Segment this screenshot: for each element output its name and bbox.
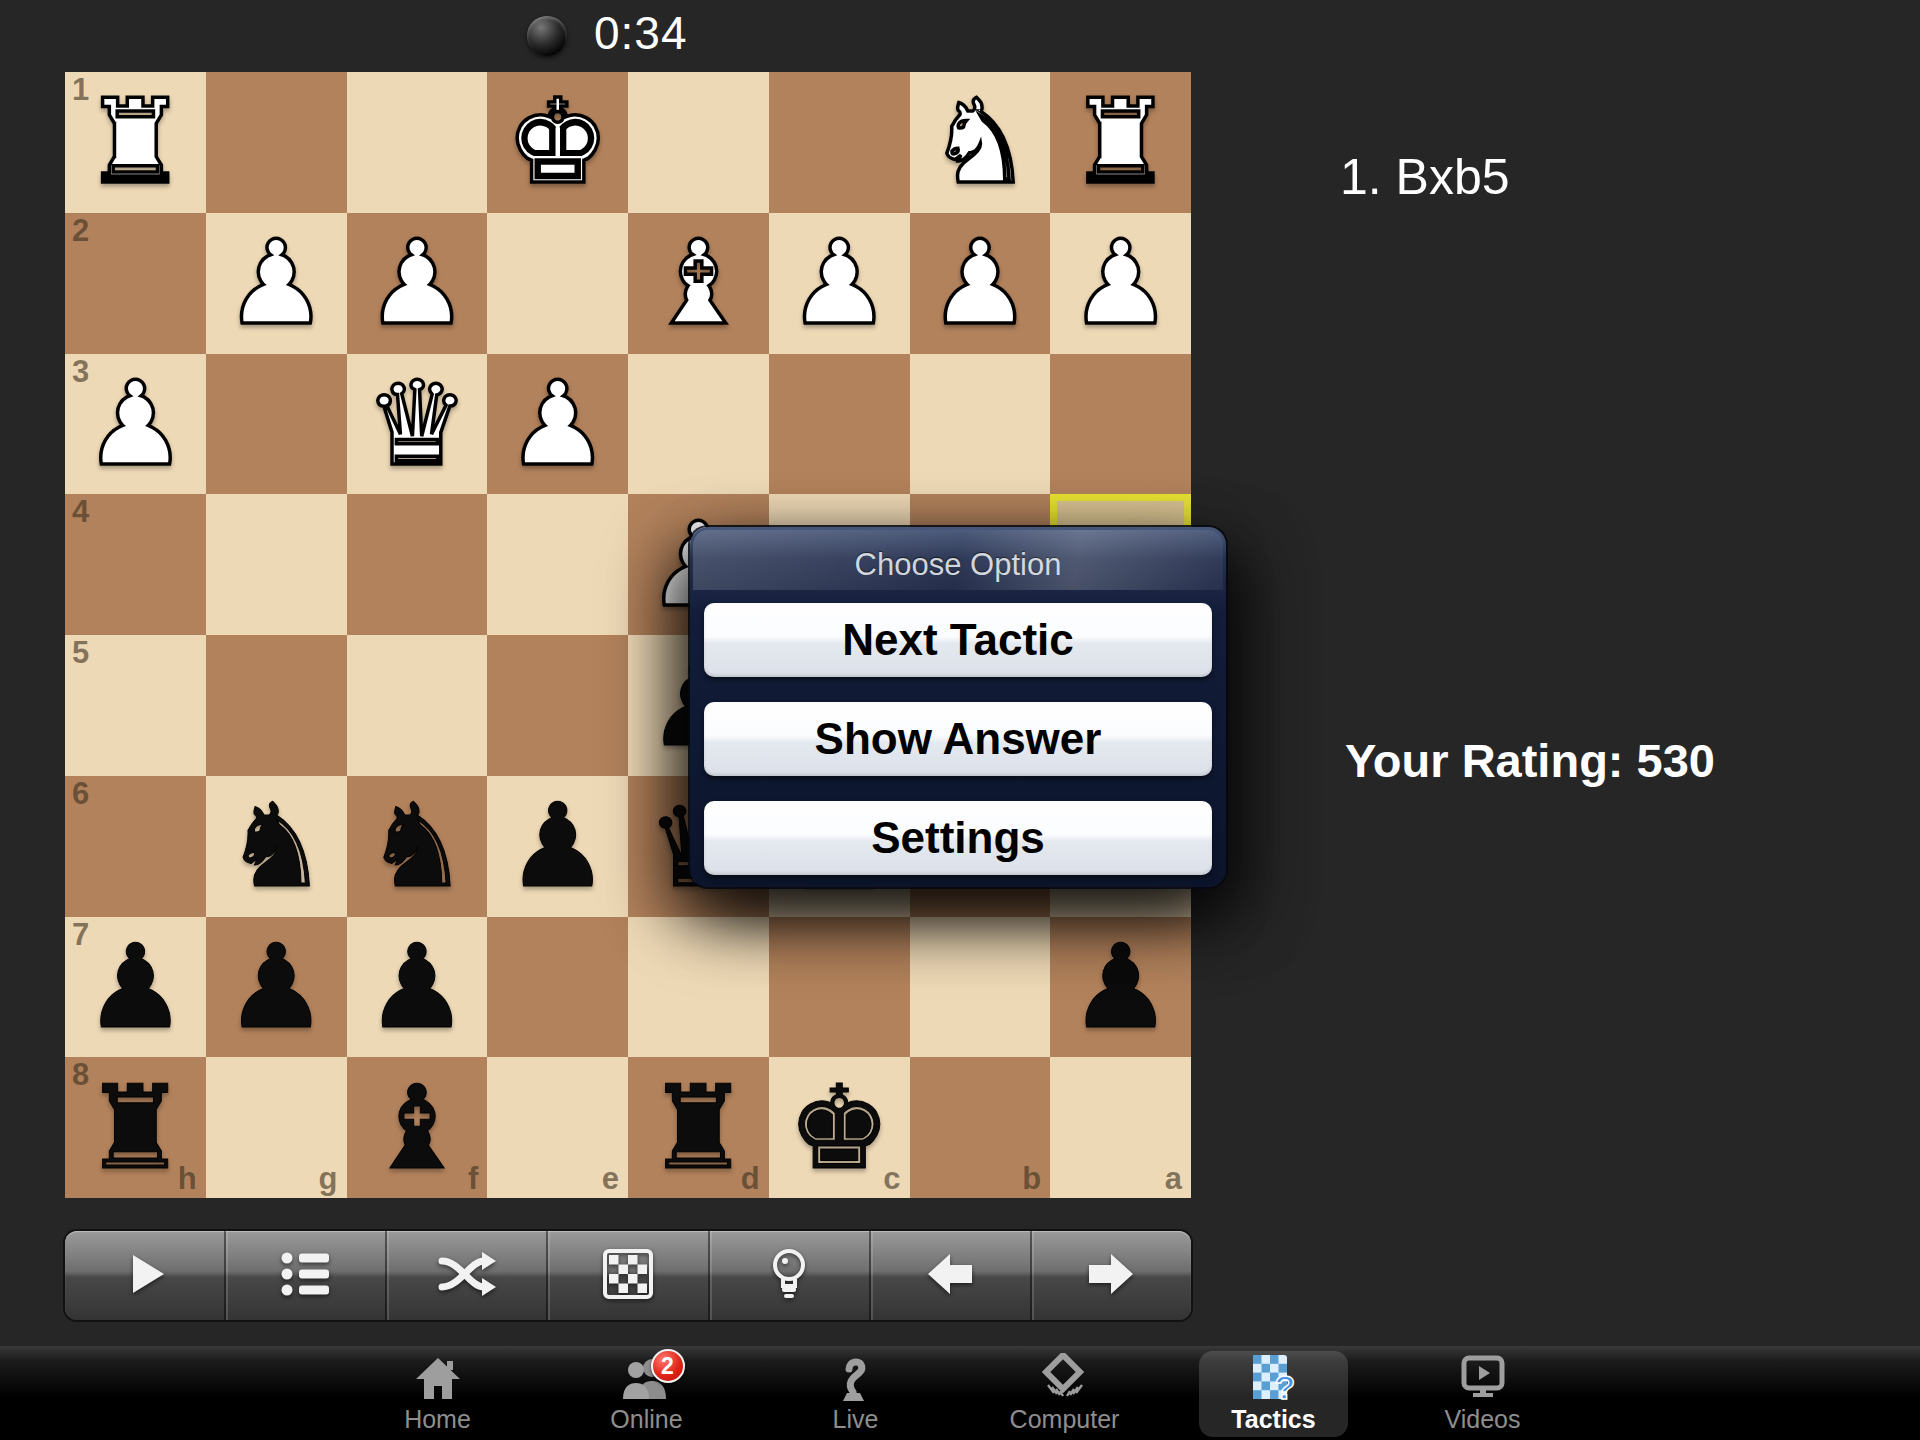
- square-c7[interactable]: [769, 917, 910, 1058]
- piece-white-king-e1[interactable]: ♚: [506, 72, 610, 212]
- piece-black-rook-h8[interactable]: ♜: [83, 1058, 187, 1198]
- play-button[interactable]: [65, 1231, 224, 1320]
- square-g4[interactable]: [206, 494, 347, 635]
- next-tactic-button[interactable]: Next Tactic: [704, 603, 1212, 677]
- settings-button[interactable]: Settings: [704, 801, 1212, 875]
- square-f5[interactable]: [347, 635, 488, 776]
- square-g5[interactable]: [206, 635, 347, 776]
- move-list-text: 1. Bxb5: [1340, 148, 1510, 206]
- shuffle-icon: [438, 1248, 496, 1304]
- square-f2[interactable]: ♟: [347, 213, 488, 354]
- file-label-a: a: [1165, 1161, 1182, 1197]
- square-e2[interactable]: [487, 213, 628, 354]
- piece-white-pawn-e3[interactable]: ♟: [506, 354, 610, 494]
- square-d1[interactable]: [628, 72, 769, 213]
- play-icon: [119, 1248, 171, 1304]
- square-c2[interactable]: ♟: [769, 213, 910, 354]
- arrow-right-icon: [1083, 1248, 1139, 1304]
- square-h2[interactable]: 2: [65, 213, 206, 354]
- square-e1[interactable]: ♚: [487, 72, 628, 213]
- piece-black-king-c8[interactable]: ♚: [787, 1058, 891, 1198]
- square-c8[interactable]: c♚: [769, 1057, 910, 1198]
- square-a2[interactable]: ♟: [1050, 213, 1191, 354]
- square-h6[interactable]: 6: [65, 776, 206, 917]
- tab-label: Tactics: [1231, 1405, 1315, 1434]
- square-b2[interactable]: ♟: [910, 213, 1051, 354]
- square-g7[interactable]: ♟: [206, 917, 347, 1058]
- tab-tactics[interactable]: ? Tactics: [1169, 1346, 1378, 1440]
- piece-black-pawn-e6[interactable]: ♟: [506, 776, 610, 916]
- online-people-icon: 2: [620, 1353, 674, 1403]
- piece-black-pawn-a7[interactable]: ♟: [1069, 917, 1173, 1057]
- piece-white-pawn-h3[interactable]: ♟: [83, 354, 187, 494]
- move-list-icon: [279, 1248, 333, 1304]
- rank-label-6: 6: [72, 776, 89, 812]
- piece-white-pawn-c2[interactable]: ♟: [787, 213, 891, 353]
- square-f3[interactable]: ♛: [347, 354, 488, 495]
- square-h3[interactable]: 3♟: [65, 354, 206, 495]
- piece-white-bishop-d2[interactable]: ♝: [646, 213, 750, 353]
- piece-white-pawn-b2[interactable]: ♟: [928, 213, 1032, 353]
- choose-option-dialog: Choose Option Next Tactic Show Answer Se…: [690, 527, 1226, 887]
- rank-label-2: 2: [72, 213, 89, 249]
- piece-white-pawn-f2[interactable]: ♟: [365, 213, 469, 353]
- square-f1[interactable]: [347, 72, 488, 213]
- file-label-b: b: [1022, 1161, 1041, 1197]
- move-list-button[interactable]: [224, 1231, 385, 1320]
- square-h7[interactable]: 7♟: [65, 917, 206, 1058]
- shuffle-button[interactable]: [385, 1231, 546, 1320]
- piece-black-bishop-f8[interactable]: ♝: [365, 1058, 469, 1198]
- square-b3[interactable]: [910, 354, 1051, 495]
- square-d3[interactable]: [628, 354, 769, 495]
- tab-label: Online: [610, 1405, 682, 1434]
- square-e3[interactable]: ♟: [487, 354, 628, 495]
- square-b8[interactable]: b: [910, 1057, 1051, 1198]
- lightbulb-icon: [763, 1246, 815, 1306]
- square-d7[interactable]: [628, 917, 769, 1058]
- square-e6[interactable]: ♟: [487, 776, 628, 917]
- square-a3[interactable]: [1050, 354, 1191, 495]
- tab-videos[interactable]: Videos: [1378, 1346, 1587, 1440]
- piece-black-knight-f6[interactable]: ♞: [365, 776, 469, 916]
- piece-white-rook-h1[interactable]: ♜: [83, 72, 187, 212]
- tab-live[interactable]: Live: [751, 1346, 960, 1440]
- square-c1[interactable]: [769, 72, 910, 213]
- hint-button[interactable]: [708, 1231, 869, 1320]
- tab-computer[interactable]: Computer: [960, 1346, 1169, 1440]
- tab-label: Home: [404, 1405, 471, 1434]
- file-label-g: g: [319, 1161, 338, 1197]
- square-b1[interactable]: ♞: [910, 72, 1051, 213]
- online-badge: 2: [651, 1349, 685, 1383]
- square-h8[interactable]: 8h♜: [65, 1057, 206, 1198]
- tab-label: Computer: [1010, 1405, 1120, 1434]
- square-e5[interactable]: [487, 635, 628, 776]
- square-f6[interactable]: ♞: [347, 776, 488, 917]
- timer: 0:34: [594, 6, 688, 60]
- board-setup-button[interactable]: [546, 1231, 707, 1320]
- square-f8[interactable]: f♝: [347, 1057, 488, 1198]
- black-clock-icon: [527, 16, 567, 56]
- back-button[interactable]: [869, 1231, 1030, 1320]
- forward-button[interactable]: [1030, 1231, 1191, 1320]
- live-icon: [836, 1353, 876, 1403]
- piece-black-pawn-g7[interactable]: ♟: [224, 917, 328, 1057]
- square-g3[interactable]: [206, 354, 347, 495]
- board-toolbar: [65, 1231, 1191, 1320]
- svg-text:?: ?: [1274, 1368, 1295, 1403]
- piece-white-queen-f3[interactable]: ♛: [365, 354, 469, 494]
- file-label-e: e: [602, 1161, 619, 1197]
- square-a1[interactable]: ♜: [1050, 72, 1191, 213]
- piece-white-pawn-a2[interactable]: ♟: [1069, 213, 1173, 353]
- square-g8[interactable]: g: [206, 1057, 347, 1198]
- square-g2[interactable]: ♟: [206, 213, 347, 354]
- square-g6[interactable]: ♞: [206, 776, 347, 917]
- square-e4[interactable]: [487, 494, 628, 635]
- tab-label: Videos: [1445, 1405, 1521, 1434]
- square-h1[interactable]: 1♜: [65, 72, 206, 213]
- tab-online[interactable]: 2 Online: [542, 1346, 751, 1440]
- computer-chip-icon: [1040, 1353, 1090, 1403]
- square-e7[interactable]: [487, 917, 628, 1058]
- square-f7[interactable]: ♟: [347, 917, 488, 1058]
- square-d2[interactable]: ♝: [628, 213, 769, 354]
- home-icon: [414, 1353, 462, 1403]
- piece-black-knight-g6[interactable]: ♞: [224, 776, 328, 916]
- square-a7[interactable]: ♟: [1050, 917, 1191, 1058]
- checkerboard-icon: [602, 1248, 654, 1304]
- tactics-board-icon: ?: [1249, 1353, 1299, 1403]
- square-h5[interactable]: 5: [65, 635, 206, 776]
- show-answer-button[interactable]: Show Answer: [704, 702, 1212, 776]
- piece-white-rook-a1[interactable]: ♜: [1069, 72, 1173, 212]
- tab-bar: Home 2 Online Live: [0, 1346, 1920, 1440]
- square-a8[interactable]: a: [1050, 1057, 1191, 1198]
- rank-label-5: 5: [72, 635, 89, 671]
- arrow-left-icon: [922, 1248, 978, 1304]
- piece-black-pawn-h7[interactable]: ♟: [83, 917, 187, 1057]
- square-e8[interactable]: e: [487, 1057, 628, 1198]
- tab-home[interactable]: Home: [333, 1346, 542, 1440]
- piece-black-rook-d8[interactable]: ♜: [646, 1058, 750, 1198]
- square-b7[interactable]: [910, 917, 1051, 1058]
- dialog-title: Choose Option: [690, 527, 1226, 583]
- square-g1[interactable]: [206, 72, 347, 213]
- piece-black-pawn-f7[interactable]: ♟: [365, 917, 469, 1057]
- rating-text: Your Rating: 530: [1345, 733, 1715, 788]
- piece-white-pawn-g2[interactable]: ♟: [224, 213, 328, 353]
- file-label-f: f: [468, 1161, 478, 1197]
- square-h4[interactable]: 4: [65, 494, 206, 635]
- piece-white-knight-b1[interactable]: ♞: [928, 72, 1032, 212]
- square-d8[interactable]: d♜: [628, 1057, 769, 1198]
- rank-label-4: 4: [72, 494, 89, 530]
- tab-label: Live: [833, 1405, 879, 1434]
- videos-icon: [1458, 1353, 1508, 1403]
- square-c3[interactable]: [769, 354, 910, 495]
- square-f4[interactable]: [347, 494, 488, 635]
